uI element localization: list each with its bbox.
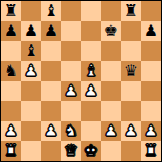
square-h7[interactable]: ♟	[141, 21, 161, 41]
piece-white-bishop-e5[interactable]: ♝	[84, 61, 98, 81]
piece-white-pawn-c2[interactable]: ♟	[44, 121, 58, 141]
piece-white-pawn-b5[interactable]: ♟	[24, 61, 38, 81]
square-a5[interactable]: ♞	[1, 61, 21, 81]
square-f7[interactable]: ♚	[101, 21, 121, 41]
square-c8[interactable]: ♝	[41, 1, 61, 21]
square-b8[interactable]	[21, 1, 41, 21]
square-h6[interactable]	[141, 41, 161, 61]
piece-white-knight-d2[interactable]: ♞	[64, 121, 78, 141]
square-f1[interactable]	[101, 141, 121, 161]
square-d6[interactable]	[61, 41, 81, 61]
piece-white-pawn-a2[interactable]: ♟	[4, 121, 18, 141]
square-c2[interactable]: ♟	[41, 121, 61, 141]
square-h2[interactable]: ♟	[141, 121, 161, 141]
square-g4[interactable]	[121, 81, 141, 101]
square-g8[interactable]: ♜	[121, 1, 141, 21]
square-b2[interactable]	[21, 121, 41, 141]
square-d4[interactable]: ♟	[61, 81, 81, 101]
square-a8[interactable]: ♜	[1, 1, 21, 21]
piece-black-pawn-h7[interactable]: ♟	[144, 21, 158, 41]
piece-black-bishop-b6[interactable]: ♝	[24, 41, 38, 61]
chess-board: ♜♝♜♟♟♟♚♟♝♞♟♝♛♟♟♟♟♞♟♟♟♜♛♚♜	[0, 0, 162, 162]
square-f8[interactable]	[101, 1, 121, 21]
piece-black-rook-g8[interactable]: ♜	[124, 1, 138, 21]
square-a4[interactable]	[1, 81, 21, 101]
piece-white-pawn-h2[interactable]: ♟	[144, 121, 158, 141]
piece-white-pawn-e4[interactable]: ♟	[84, 81, 98, 101]
piece-black-king-f7[interactable]: ♚	[104, 21, 118, 41]
square-a7[interactable]: ♟	[1, 21, 21, 41]
square-d3[interactable]	[61, 101, 81, 121]
square-e5[interactable]: ♝	[81, 61, 101, 81]
square-c6[interactable]	[41, 41, 61, 61]
square-g2[interactable]: ♟	[121, 121, 141, 141]
square-h4[interactable]	[141, 81, 161, 101]
square-e8[interactable]	[81, 1, 101, 21]
square-h8[interactable]	[141, 1, 161, 21]
square-b4[interactable]	[21, 81, 41, 101]
square-e7[interactable]	[81, 21, 101, 41]
piece-white-king-e1[interactable]: ♚	[84, 141, 98, 161]
square-b7[interactable]: ♟	[21, 21, 41, 41]
piece-black-knight-a5[interactable]: ♞	[4, 61, 18, 81]
square-g5[interactable]: ♛	[121, 61, 141, 81]
square-a1[interactable]: ♜	[1, 141, 21, 161]
square-g3[interactable]	[121, 101, 141, 121]
square-e6[interactable]	[81, 41, 101, 61]
square-e3[interactable]	[81, 101, 101, 121]
square-d1[interactable]: ♛	[61, 141, 81, 161]
piece-white-queen-d1[interactable]: ♛	[64, 141, 78, 161]
square-b1[interactable]	[21, 141, 41, 161]
square-h5[interactable]	[141, 61, 161, 81]
square-g6[interactable]	[121, 41, 141, 61]
square-f5[interactable]	[101, 61, 121, 81]
square-d2[interactable]: ♞	[61, 121, 81, 141]
piece-white-rook-a1[interactable]: ♜	[4, 141, 18, 161]
square-e2[interactable]	[81, 121, 101, 141]
square-c4[interactable]	[41, 81, 61, 101]
piece-white-pawn-f2[interactable]: ♟	[104, 121, 118, 141]
square-a2[interactable]: ♟	[1, 121, 21, 141]
square-d8[interactable]	[61, 1, 81, 21]
piece-white-pawn-g2[interactable]: ♟	[124, 121, 138, 141]
square-d5[interactable]	[61, 61, 81, 81]
piece-black-queen-g5[interactable]: ♛	[124, 61, 138, 81]
square-f3[interactable]	[101, 101, 121, 121]
square-a3[interactable]	[1, 101, 21, 121]
square-b6[interactable]: ♝	[21, 41, 41, 61]
square-a6[interactable]	[1, 41, 21, 61]
piece-white-pawn-d4[interactable]: ♟	[64, 81, 78, 101]
square-f6[interactable]	[101, 41, 121, 61]
piece-black-pawn-a7[interactable]: ♟	[4, 21, 18, 41]
square-d7[interactable]	[61, 21, 81, 41]
square-c5[interactable]	[41, 61, 61, 81]
square-c7[interactable]: ♟	[41, 21, 61, 41]
square-b5[interactable]: ♟	[21, 61, 41, 81]
square-e4[interactable]: ♟	[81, 81, 101, 101]
square-c1[interactable]	[41, 141, 61, 161]
square-h1[interactable]: ♜	[141, 141, 161, 161]
square-e1[interactable]: ♚	[81, 141, 101, 161]
piece-black-rook-a8[interactable]: ♜	[4, 1, 18, 21]
square-b3[interactable]	[21, 101, 41, 121]
square-g1[interactable]	[121, 141, 141, 161]
square-g7[interactable]	[121, 21, 141, 41]
square-f4[interactable]	[101, 81, 121, 101]
square-f2[interactable]: ♟	[101, 121, 121, 141]
piece-white-rook-h1[interactable]: ♜	[144, 141, 158, 161]
piece-black-bishop-c8[interactable]: ♝	[44, 1, 58, 21]
piece-black-pawn-c7[interactable]: ♟	[44, 21, 58, 41]
square-c3[interactable]	[41, 101, 61, 121]
square-h3[interactable]	[141, 101, 161, 121]
piece-black-pawn-b7[interactable]: ♟	[24, 21, 38, 41]
